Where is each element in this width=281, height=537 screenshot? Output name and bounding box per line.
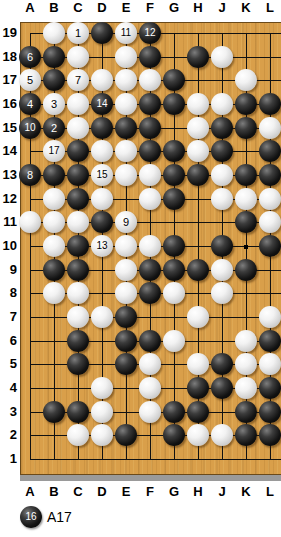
- row-label: 2: [0, 427, 17, 443]
- move-number: 9: [123, 217, 129, 228]
- black-stone: [163, 235, 185, 257]
- white-stone: [211, 46, 233, 68]
- column-label: C: [68, 484, 88, 499]
- white-stone: [67, 211, 89, 233]
- black-stone: [235, 401, 257, 423]
- black-stone: [259, 401, 281, 423]
- column-label: D: [92, 0, 112, 15]
- column-label: A: [20, 0, 40, 15]
- row-label: 11: [0, 214, 17, 230]
- row-label: 3: [0, 404, 17, 420]
- white-stone: [139, 353, 161, 375]
- black-stone: [163, 93, 185, 115]
- black-stone: [259, 377, 281, 399]
- black-stone: [139, 46, 161, 68]
- move-number: 7: [75, 75, 81, 86]
- black-stone: 14: [91, 93, 113, 115]
- black-stone: [259, 140, 281, 162]
- white-stone: 11: [115, 22, 137, 44]
- white-stone: [115, 140, 137, 162]
- white-stone: [91, 401, 113, 423]
- black-stone: [211, 235, 233, 257]
- black-stone: [139, 330, 161, 352]
- black-stone: [67, 188, 89, 210]
- column-label: J: [212, 484, 232, 499]
- column-label: J: [212, 0, 232, 15]
- column-label: F: [140, 0, 160, 15]
- white-stone: [67, 117, 89, 139]
- black-stone: 4: [19, 93, 41, 115]
- black-stone: [211, 140, 233, 162]
- white-stone: 15: [91, 164, 113, 186]
- white-stone: 3: [43, 93, 65, 115]
- move-number: 17: [48, 146, 59, 156]
- column-label: B: [44, 0, 64, 15]
- black-stone: [139, 140, 161, 162]
- row-label: 5: [0, 356, 17, 372]
- white-stone: [43, 235, 65, 257]
- black-stone: [115, 424, 137, 446]
- row-label: 4: [0, 380, 17, 396]
- black-stone: [163, 424, 185, 446]
- white-stone: [235, 188, 257, 210]
- column-label: D: [92, 484, 112, 499]
- black-stone: [235, 117, 257, 139]
- white-stone: [67, 282, 89, 304]
- white-stone: [115, 164, 137, 186]
- black-stone: [67, 235, 89, 257]
- column-label: E: [116, 0, 136, 15]
- black-stone: [115, 117, 137, 139]
- black-stone: [163, 69, 185, 91]
- black-stone: [43, 259, 65, 281]
- white-stone: [91, 377, 113, 399]
- white-stone: [115, 93, 137, 115]
- white-stone: [235, 377, 257, 399]
- column-label: K: [236, 484, 256, 499]
- black-stone: [43, 46, 65, 68]
- row-label: 15: [0, 120, 17, 136]
- white-stone: [115, 46, 137, 68]
- star-point: [244, 245, 248, 249]
- caption-move-number: 16: [25, 512, 36, 522]
- caption-move-stone: 16: [20, 506, 42, 528]
- white-stone: [259, 211, 281, 233]
- black-stone: [67, 401, 89, 423]
- black-stone: [67, 140, 89, 162]
- row-label: 16: [0, 96, 17, 112]
- white-stone: [91, 140, 113, 162]
- column-label: F: [140, 484, 160, 499]
- white-stone: [43, 282, 65, 304]
- black-stone: [91, 211, 113, 233]
- black-stone: [235, 93, 257, 115]
- column-label: A: [20, 484, 40, 499]
- move-number: 10: [24, 123, 35, 133]
- white-stone: [211, 282, 233, 304]
- black-stone: [187, 401, 209, 423]
- black-stone: 12: [139, 22, 161, 44]
- white-stone: [67, 424, 89, 446]
- black-stone: [43, 401, 65, 423]
- black-stone: [163, 140, 185, 162]
- white-stone: [211, 188, 233, 210]
- white-stone: [187, 117, 209, 139]
- white-stone: [139, 164, 161, 186]
- move-number: 4: [27, 99, 33, 110]
- black-stone: 10: [19, 117, 41, 139]
- white-stone: 13: [91, 235, 113, 257]
- row-label: 9: [0, 262, 17, 278]
- black-stone: [43, 164, 65, 186]
- white-stone: [43, 211, 65, 233]
- black-stone: 6: [19, 46, 41, 68]
- white-stone: [187, 140, 209, 162]
- white-stone: [115, 69, 137, 91]
- white-stone: [259, 117, 281, 139]
- column-label: E: [116, 484, 136, 499]
- black-stone: [211, 353, 233, 375]
- black-stone: [259, 93, 281, 115]
- white-stone: [235, 69, 257, 91]
- white-stone: [211, 164, 233, 186]
- black-stone: 2: [43, 117, 65, 139]
- white-stone: [115, 282, 137, 304]
- row-label: 17: [0, 72, 17, 88]
- black-stone: [187, 164, 209, 186]
- column-label: L: [260, 0, 280, 15]
- row-label: 13: [0, 167, 17, 183]
- black-stone: [259, 235, 281, 257]
- move-number: 5: [27, 75, 33, 86]
- black-stone: [139, 259, 161, 281]
- column-label: C: [68, 0, 88, 15]
- black-stone: [115, 330, 137, 352]
- white-stone: [163, 330, 185, 352]
- column-label: G: [164, 0, 184, 15]
- row-label: 1: [0, 451, 17, 467]
- white-stone: [43, 188, 65, 210]
- row-label: 7: [0, 309, 17, 325]
- black-stone: [91, 117, 113, 139]
- black-stone: [163, 401, 185, 423]
- white-stone: [187, 424, 209, 446]
- white-stone: [139, 401, 161, 423]
- row-label: 10: [0, 238, 17, 254]
- white-stone: [67, 93, 89, 115]
- black-stone: [235, 424, 257, 446]
- white-stone: [91, 424, 113, 446]
- white-stone: [115, 235, 137, 257]
- white-stone: [67, 46, 89, 68]
- black-stone: [91, 22, 113, 44]
- black-stone: [115, 353, 137, 375]
- black-stone: [187, 259, 209, 281]
- white-stone: [115, 259, 137, 281]
- white-stone: [187, 353, 209, 375]
- column-label: L: [260, 484, 280, 499]
- white-stone: [259, 353, 281, 375]
- move-number: 3: [51, 99, 57, 110]
- black-stone: [139, 282, 161, 304]
- white-stone: [235, 353, 257, 375]
- black-stone: [67, 259, 89, 281]
- column-label: H: [188, 484, 208, 499]
- row-label: 12: [0, 191, 17, 207]
- go-diagram: 11112657431410217815913 16 A17 AABBCCDDE…: [0, 0, 281, 537]
- row-label: 19: [0, 25, 17, 41]
- move-number: 1: [75, 28, 81, 39]
- black-stone: [43, 69, 65, 91]
- white-stone: [211, 93, 233, 115]
- white-stone: [235, 330, 257, 352]
- move-number: 2: [51, 123, 57, 134]
- white-stone: [91, 188, 113, 210]
- black-stone: [235, 211, 257, 233]
- black-stone: [259, 330, 281, 352]
- black-stone: [67, 164, 89, 186]
- white-stone: [139, 235, 161, 257]
- black-stone: [115, 306, 137, 328]
- move-number: 15: [96, 170, 107, 180]
- board-shadow: [20, 475, 281, 481]
- white-stone: [187, 306, 209, 328]
- move-number: 13: [96, 241, 107, 251]
- black-stone: [259, 164, 281, 186]
- column-label: H: [188, 0, 208, 15]
- black-stone: [163, 188, 185, 210]
- white-stone: [91, 69, 113, 91]
- white-stone: [43, 22, 65, 44]
- white-stone: [259, 188, 281, 210]
- white-stone: 9: [115, 211, 137, 233]
- white-stone: [139, 377, 161, 399]
- black-stone: [259, 424, 281, 446]
- column-label: K: [236, 0, 256, 15]
- white-stone: 7: [67, 69, 89, 91]
- black-stone: [211, 117, 233, 139]
- row-label: 6: [0, 333, 17, 349]
- row-label: 14: [0, 143, 17, 159]
- black-stone: [67, 353, 89, 375]
- black-stone: [187, 377, 209, 399]
- black-stone: [211, 377, 233, 399]
- white-stone: [163, 282, 185, 304]
- white-stone: 17: [43, 140, 65, 162]
- move-number: 14: [96, 99, 107, 109]
- black-stone: [187, 46, 209, 68]
- white-stone: [139, 188, 161, 210]
- caption-coordinate: A17: [47, 509, 72, 525]
- column-label: B: [44, 484, 64, 499]
- white-stone: [211, 424, 233, 446]
- caption: 16 A17: [20, 506, 72, 528]
- white-stone: [67, 306, 89, 328]
- black-stone: [67, 330, 89, 352]
- row-label: 18: [0, 49, 17, 65]
- white-stone: [91, 306, 113, 328]
- white-stone: [259, 306, 281, 328]
- black-stone: [235, 259, 257, 281]
- move-number: 6: [27, 52, 33, 63]
- move-number: 11: [121, 28, 131, 38]
- black-stone: [139, 117, 161, 139]
- black-stone: [163, 164, 185, 186]
- white-stone: 5: [19, 69, 41, 91]
- white-stone: [187, 93, 209, 115]
- white-stone: 1: [67, 22, 89, 44]
- black-stone: [163, 259, 185, 281]
- white-stone: [19, 211, 41, 233]
- white-stone: [211, 259, 233, 281]
- move-number: 8: [27, 170, 33, 181]
- grid-line: [30, 459, 281, 460]
- black-stone: [139, 93, 161, 115]
- move-number: 12: [144, 28, 155, 38]
- black-stone: 8: [19, 164, 41, 186]
- white-stone: [139, 69, 161, 91]
- column-label: G: [164, 484, 184, 499]
- black-stone: [235, 164, 257, 186]
- row-label: 8: [0, 285, 17, 301]
